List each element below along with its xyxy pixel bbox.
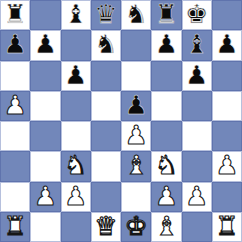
square-f3[interactable]: ♞ [151, 151, 181, 181]
square-b8[interactable] [30, 0, 60, 30]
piece-black-queen: ♛ [94, 1, 117, 27]
piece-black-pawn: ♟ [185, 62, 208, 88]
piece-black-pawn: ♟ [3, 31, 26, 57]
piece-white-queen: ♛ [94, 213, 117, 239]
piece-white-bishop: ♝ [124, 152, 147, 178]
square-h3[interactable]: ♟ [212, 151, 242, 181]
piece-white-pawn: ♟ [185, 183, 208, 209]
square-d6[interactable] [91, 61, 121, 91]
piece-white-pawn: ♟ [155, 183, 178, 209]
square-f8[interactable]: ♜ [151, 0, 181, 30]
square-g4[interactable] [182, 121, 212, 151]
square-c3[interactable]: ♞ [61, 151, 91, 181]
square-e1[interactable]: ♚ [121, 212, 151, 242]
piece-black-pawn: ♟ [124, 92, 147, 118]
piece-black-bishop: ♝ [185, 31, 208, 57]
square-e4[interactable]: ♟ [121, 121, 151, 151]
square-c6[interactable]: ♟ [61, 61, 91, 91]
piece-black-knight: ♞ [124, 1, 147, 27]
square-c7[interactable] [61, 30, 91, 60]
piece-white-pawn: ♟ [34, 183, 57, 209]
piece-white-pawn: ♟ [3, 92, 26, 118]
piece-white-pawn: ♟ [124, 122, 147, 148]
square-h1[interactable]: ♜ [212, 212, 242, 242]
chess-board: ♜♝♛♞♜♚♟♟♞♟♝♟♟♟♟♟♟♞♝♞♟♟♟♟♟♜♛♚♝♜ [0, 0, 242, 242]
piece-black-bishop: ♝ [64, 1, 87, 27]
square-a1[interactable]: ♜ [0, 212, 30, 242]
square-e6[interactable] [121, 61, 151, 91]
square-c1[interactable] [61, 212, 91, 242]
piece-white-rook: ♜ [215, 213, 238, 239]
square-b4[interactable] [30, 121, 60, 151]
piece-black-knight: ♞ [94, 31, 117, 57]
square-f1[interactable]: ♝ [151, 212, 181, 242]
square-b6[interactable] [30, 61, 60, 91]
piece-black-rook: ♜ [155, 1, 178, 27]
square-b2[interactable]: ♟ [30, 182, 60, 212]
square-h4[interactable] [212, 121, 242, 151]
square-a8[interactable]: ♜ [0, 0, 30, 30]
piece-black-king: ♚ [185, 1, 208, 27]
square-a4[interactable] [0, 121, 30, 151]
piece-white-knight: ♞ [155, 152, 178, 178]
square-h8[interactable] [212, 0, 242, 30]
square-d4[interactable] [91, 121, 121, 151]
square-a6[interactable] [0, 61, 30, 91]
square-d1[interactable]: ♛ [91, 212, 121, 242]
square-a5[interactable]: ♟ [0, 91, 30, 121]
square-g6[interactable]: ♟ [182, 61, 212, 91]
square-c8[interactable]: ♝ [61, 0, 91, 30]
square-c4[interactable] [61, 121, 91, 151]
square-h2[interactable] [212, 182, 242, 212]
square-g1[interactable] [182, 212, 212, 242]
square-h5[interactable] [212, 91, 242, 121]
piece-black-pawn: ♟ [64, 62, 87, 88]
square-b3[interactable] [30, 151, 60, 181]
square-h7[interactable]: ♟ [212, 30, 242, 60]
square-a2[interactable] [0, 182, 30, 212]
square-a7[interactable]: ♟ [0, 30, 30, 60]
square-f4[interactable] [151, 121, 181, 151]
square-h6[interactable] [212, 61, 242, 91]
square-g3[interactable] [182, 151, 212, 181]
square-g8[interactable]: ♚ [182, 0, 212, 30]
square-a3[interactable] [0, 151, 30, 181]
square-e7[interactable] [121, 30, 151, 60]
square-b1[interactable] [30, 212, 60, 242]
square-d8[interactable]: ♛ [91, 0, 121, 30]
square-d5[interactable] [91, 91, 121, 121]
square-g7[interactable]: ♝ [182, 30, 212, 60]
piece-white-rook: ♜ [3, 213, 26, 239]
piece-white-pawn: ♟ [64, 183, 87, 209]
square-d7[interactable]: ♞ [91, 30, 121, 60]
piece-white-king: ♚ [124, 213, 147, 239]
piece-white-knight: ♞ [64, 152, 87, 178]
square-f6[interactable] [151, 61, 181, 91]
square-e5[interactable]: ♟ [121, 91, 151, 121]
piece-black-pawn: ♟ [155, 31, 178, 57]
square-b7[interactable]: ♟ [30, 30, 60, 60]
square-f5[interactable] [151, 91, 181, 121]
piece-black-rook: ♜ [3, 1, 26, 27]
square-f2[interactable]: ♟ [151, 182, 181, 212]
square-e3[interactable]: ♝ [121, 151, 151, 181]
piece-white-pawn: ♟ [215, 152, 238, 178]
square-d3[interactable] [91, 151, 121, 181]
square-c2[interactable]: ♟ [61, 182, 91, 212]
square-d2[interactable] [91, 182, 121, 212]
square-e8[interactable]: ♞ [121, 0, 151, 30]
square-g5[interactable] [182, 91, 212, 121]
square-g2[interactable]: ♟ [182, 182, 212, 212]
piece-black-pawn: ♟ [34, 31, 57, 57]
piece-black-pawn: ♟ [215, 31, 238, 57]
square-e2[interactable] [121, 182, 151, 212]
square-c5[interactable] [61, 91, 91, 121]
square-f7[interactable]: ♟ [151, 30, 181, 60]
piece-white-bishop: ♝ [155, 213, 178, 239]
square-b5[interactable] [30, 91, 60, 121]
